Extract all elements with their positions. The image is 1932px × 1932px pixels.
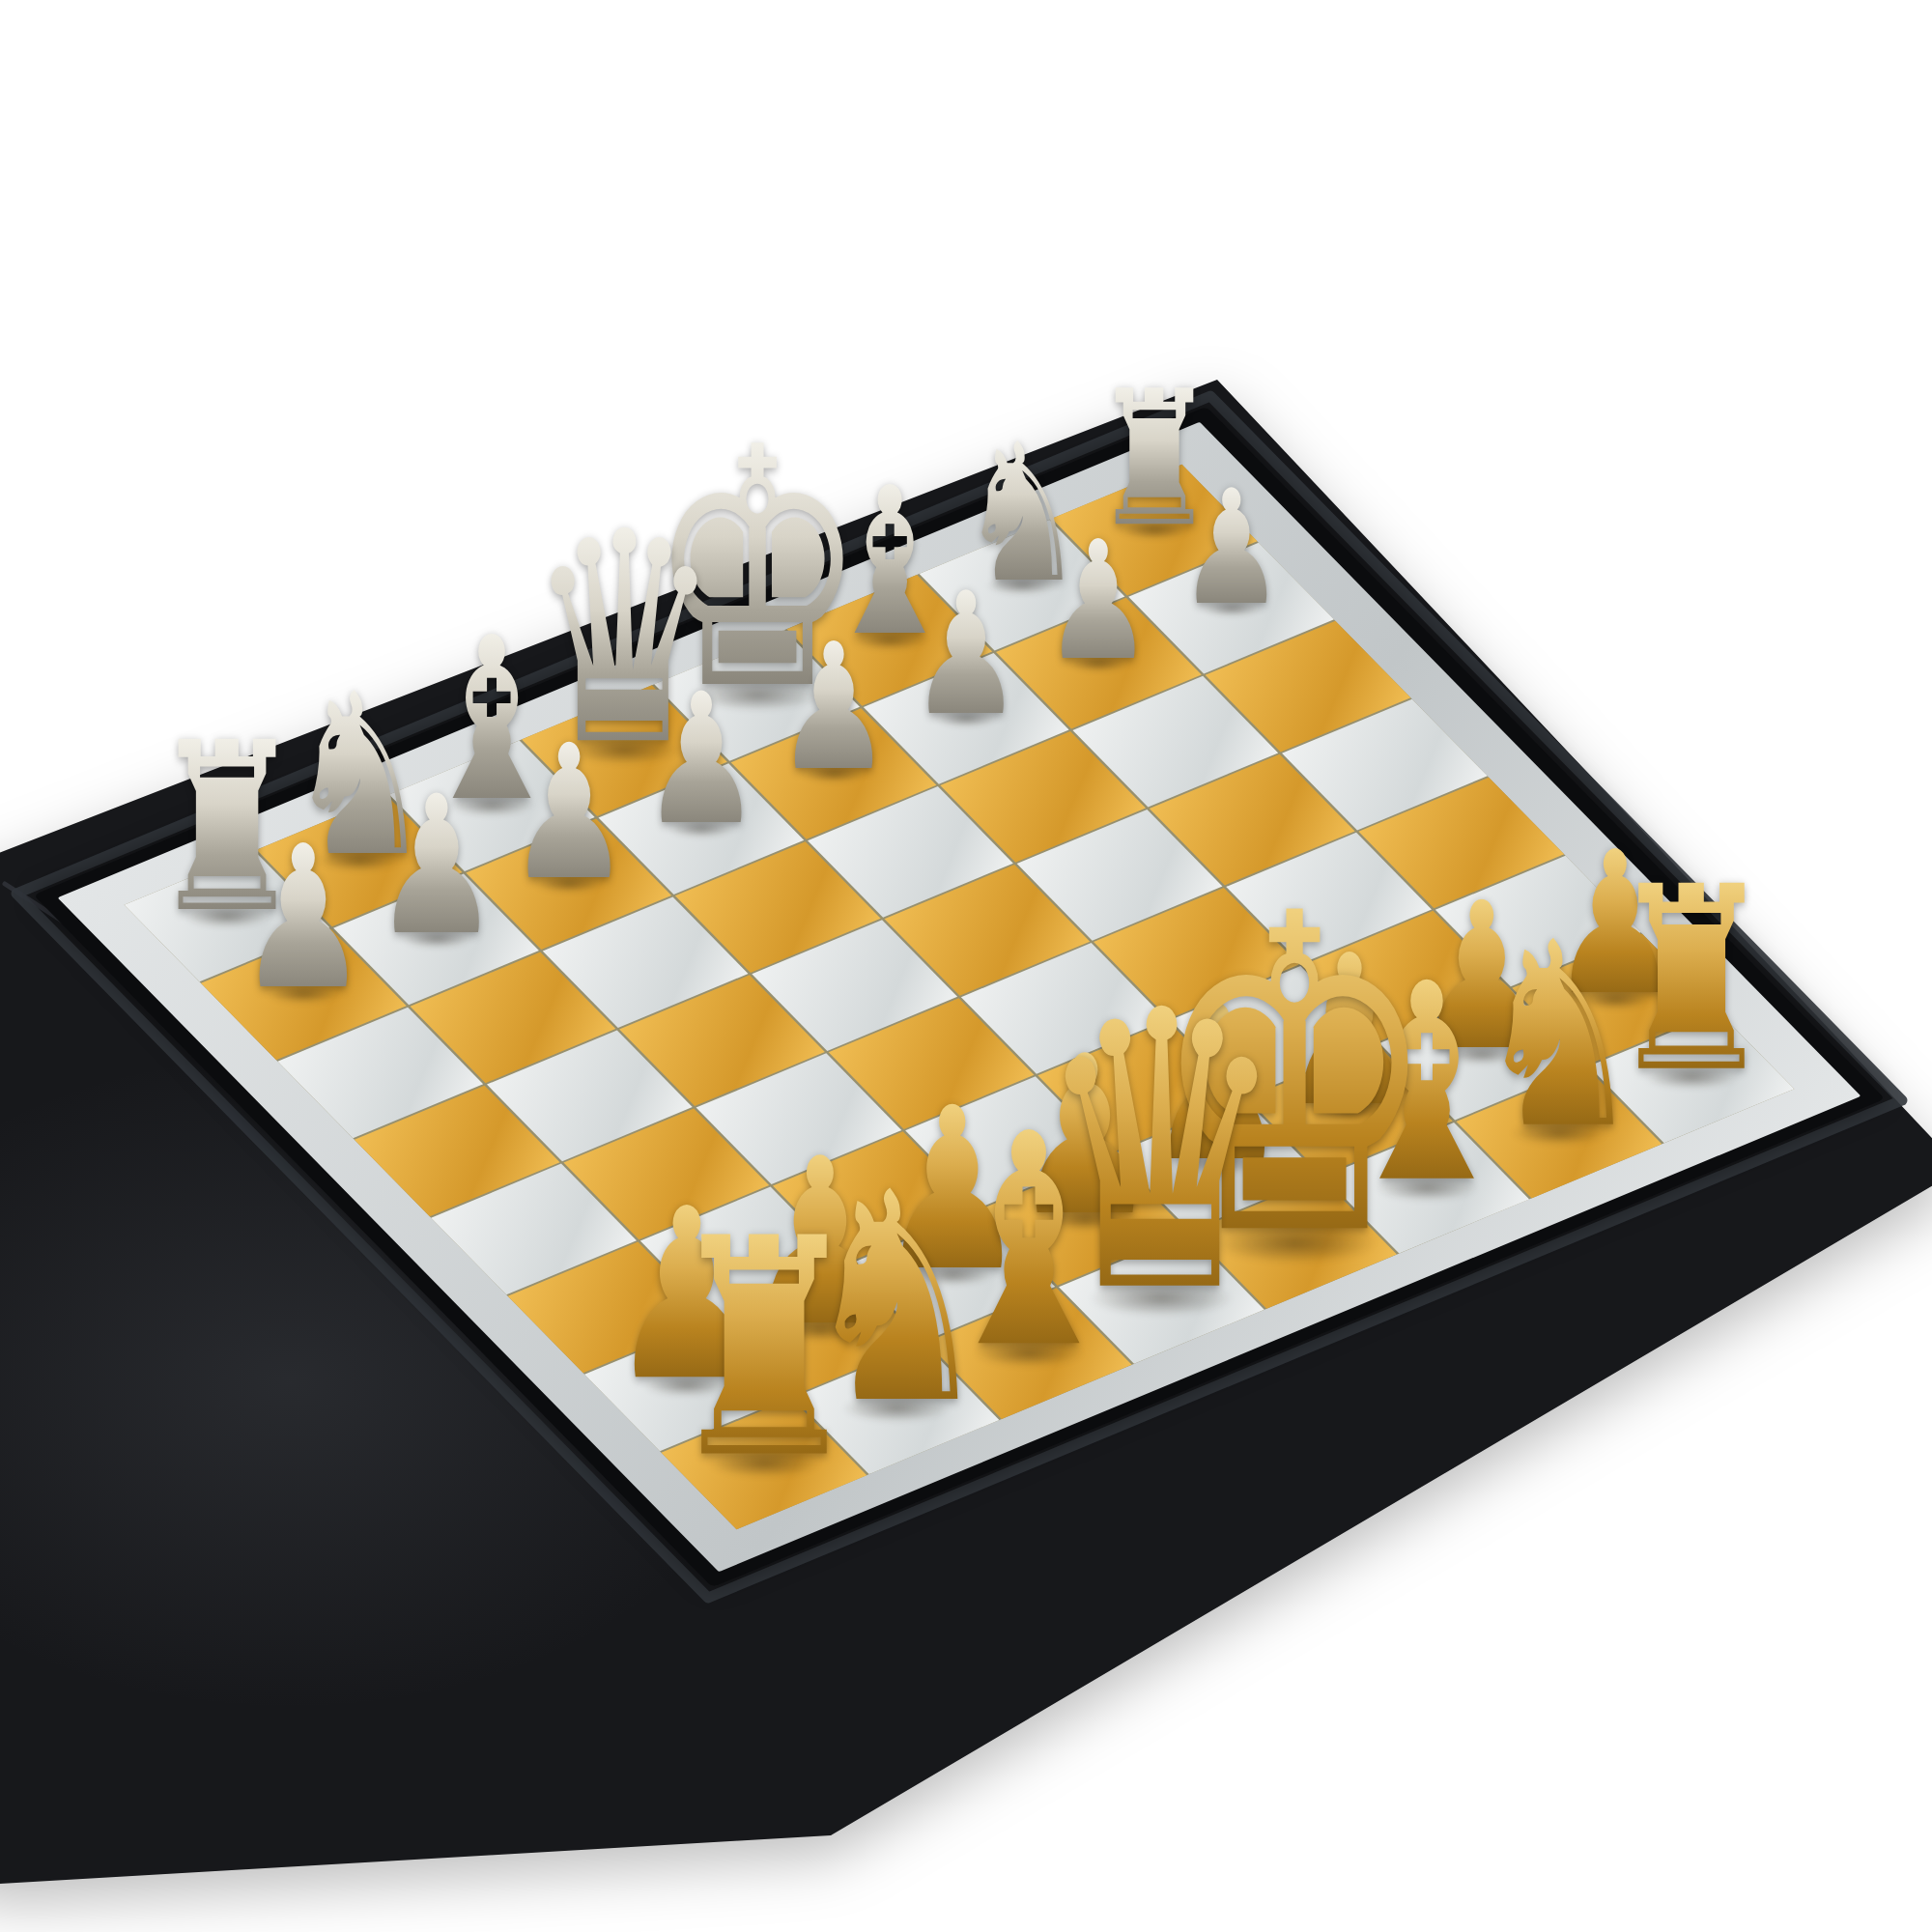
product-photo-scene: ♜♞♟♝♟♚♟♛♟♝♟♞♟♜♟♟♟♟♜♟♞♟♝♟♚♟♛♟♝♟♞♜ [0, 0, 1932, 1932]
